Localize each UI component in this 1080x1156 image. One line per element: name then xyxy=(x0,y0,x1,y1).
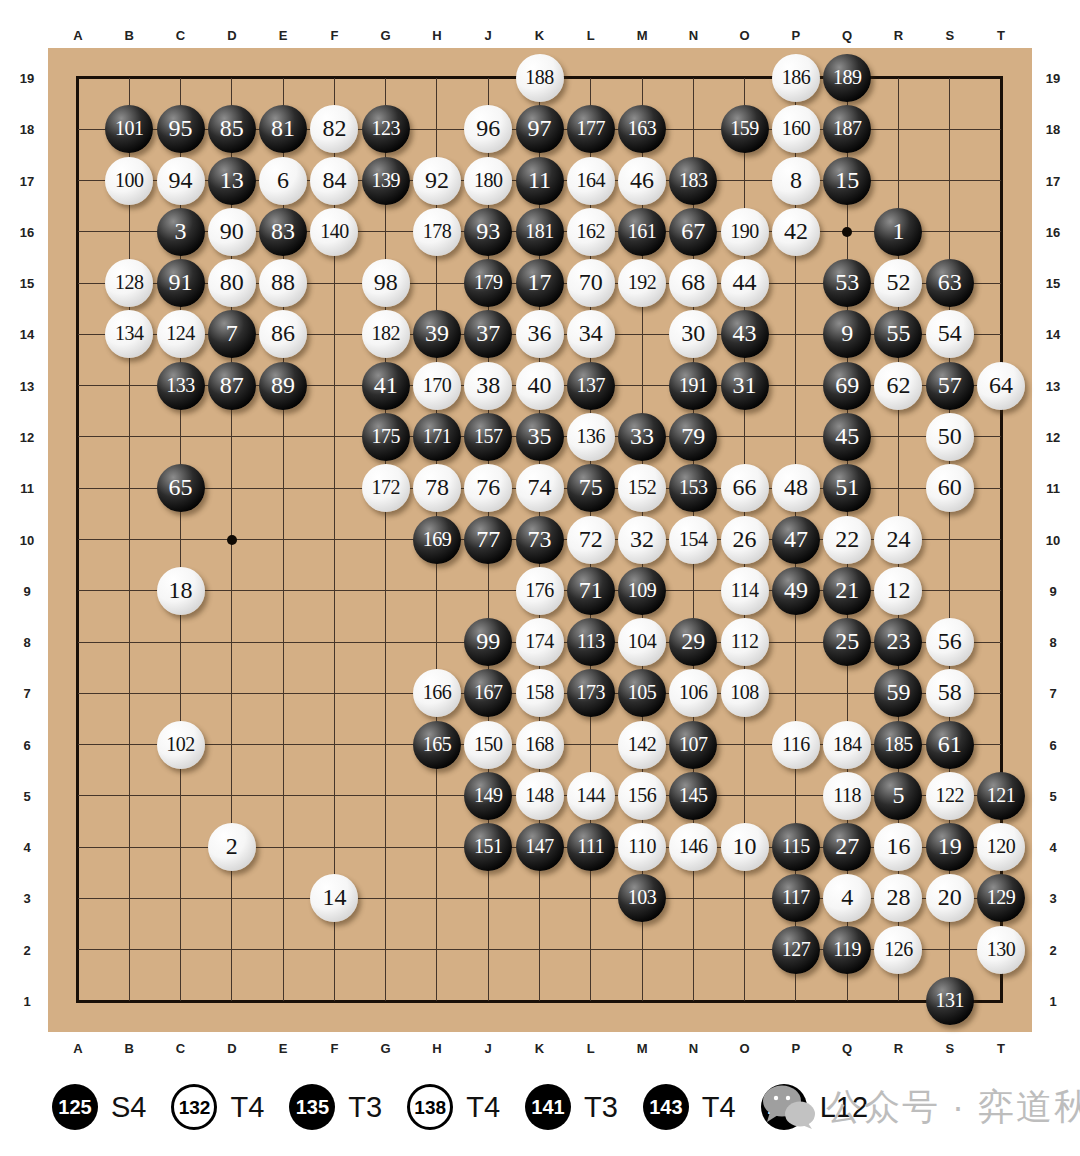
stone-move-number: 92 xyxy=(425,168,449,192)
stone-move-number: 89 xyxy=(271,373,295,397)
stone-move-number: 73 xyxy=(528,527,552,551)
stone-R8: 23 xyxy=(874,618,922,666)
stone-move-number: 80 xyxy=(220,270,244,294)
coord-bottom-K: K xyxy=(535,1041,544,1056)
stone-move-number: 149 xyxy=(474,785,503,805)
stone-move-number: 131 xyxy=(935,990,964,1010)
stone-N17: 183 xyxy=(669,157,717,205)
stone-move-number: 1 xyxy=(892,219,904,243)
stone-move-number: 70 xyxy=(579,270,603,294)
stone-S12: 50 xyxy=(926,413,974,461)
stone-E14: 86 xyxy=(259,310,307,358)
stone-move-number: 169 xyxy=(423,529,452,549)
stone-S3: 20 xyxy=(926,874,974,922)
stone-move-number: 168 xyxy=(525,734,554,754)
stone-J16: 93 xyxy=(464,208,512,256)
stone-O15: 44 xyxy=(721,259,769,307)
stone-H10: 169 xyxy=(413,516,461,564)
stone-move-number: 29 xyxy=(681,629,705,653)
coord-right-16: 16 xyxy=(1046,224,1060,239)
stone-move-number: 136 xyxy=(577,426,606,446)
coord-top-N: N xyxy=(689,28,698,43)
stone-Q17: 15 xyxy=(823,157,871,205)
stone-move-number: 36 xyxy=(528,321,552,345)
stone-M4: 110 xyxy=(618,823,666,871)
caption-point-138: T4 xyxy=(466,1091,500,1124)
stone-K12: 35 xyxy=(516,413,564,461)
stone-move-number: 4 xyxy=(841,885,853,909)
stone-move-number: 75 xyxy=(579,475,603,499)
stone-N10: 154 xyxy=(669,516,717,564)
stone-move-number: 121 xyxy=(987,785,1016,805)
stone-M11: 152 xyxy=(618,464,666,512)
stone-move-number: 51 xyxy=(835,475,859,499)
stone-Q8: 25 xyxy=(823,618,871,666)
stone-move-number: 110 xyxy=(628,836,656,856)
coord-left-9: 9 xyxy=(23,583,30,598)
coord-left-13: 13 xyxy=(20,378,34,393)
stone-move-number: 128 xyxy=(115,272,144,292)
stone-D15: 80 xyxy=(208,259,256,307)
stone-P17: 8 xyxy=(772,157,820,205)
stone-move-number: 185 xyxy=(884,734,913,754)
stone-move-number: 60 xyxy=(938,475,962,499)
stone-L4: 111 xyxy=(567,823,615,871)
coord-top-T: T xyxy=(997,28,1005,43)
stone-move-number: 39 xyxy=(425,321,449,345)
stone-E16: 83 xyxy=(259,208,307,256)
coord-bottom-R: R xyxy=(894,1041,903,1056)
stone-move-number: 133 xyxy=(166,375,195,395)
stone-move-number: 74 xyxy=(528,475,552,499)
stone-G13: 41 xyxy=(362,362,410,410)
coord-bottom-S: S xyxy=(945,1041,954,1056)
stone-C17: 94 xyxy=(157,157,205,205)
coord-right-9: 9 xyxy=(1049,583,1056,598)
stone-move-number: 78 xyxy=(425,475,449,499)
stone-move-number: 162 xyxy=(577,221,606,241)
stone-move-number: 17 xyxy=(528,270,552,294)
stone-move-number: 94 xyxy=(169,168,193,192)
watermark-text: 公众号 · 弈道秋声 xyxy=(826,1083,1080,1132)
stone-P19: 186 xyxy=(772,54,820,102)
stone-P9: 49 xyxy=(772,567,820,615)
stone-C9: 18 xyxy=(157,567,205,615)
stone-move-number: 84 xyxy=(322,168,346,192)
stone-D13: 87 xyxy=(208,362,256,410)
stone-N4: 146 xyxy=(669,823,717,871)
stone-move-number: 156 xyxy=(628,785,657,805)
stone-L5: 144 xyxy=(567,772,615,820)
stone-move-number: 166 xyxy=(423,682,452,702)
stone-move-number: 180 xyxy=(474,170,503,190)
stone-J13: 38 xyxy=(464,362,512,410)
stone-move-number: 58 xyxy=(938,680,962,704)
stone-move-number: 117 xyxy=(782,887,810,907)
stone-move-number: 85 xyxy=(220,116,244,140)
stone-move-number: 16 xyxy=(886,834,910,858)
coord-left-4: 4 xyxy=(23,840,30,855)
stone-Q14: 9 xyxy=(823,310,871,358)
stone-N12: 79 xyxy=(669,413,717,461)
coord-left-6: 6 xyxy=(23,737,30,752)
stone-R13: 62 xyxy=(874,362,922,410)
stone-move-number: 105 xyxy=(628,682,657,702)
stone-K19: 188 xyxy=(516,54,564,102)
stone-move-number: 79 xyxy=(681,424,705,448)
stone-Q11: 51 xyxy=(823,464,871,512)
stone-J17: 180 xyxy=(464,157,512,205)
stone-move-number: 153 xyxy=(679,477,708,497)
stone-T13: 64 xyxy=(977,362,1025,410)
stone-Q13: 69 xyxy=(823,362,871,410)
caption-stone-132: 132 xyxy=(171,1084,217,1130)
stone-move-number: 107 xyxy=(679,734,708,754)
stone-J7: 167 xyxy=(464,669,512,717)
stone-move-number: 137 xyxy=(577,375,606,395)
stone-O7: 108 xyxy=(721,669,769,717)
stone-move-number: 182 xyxy=(371,323,400,343)
stone-move-number: 191 xyxy=(679,375,708,395)
stone-J15: 179 xyxy=(464,259,512,307)
stone-move-number: 144 xyxy=(577,785,606,805)
stone-move-number: 18 xyxy=(169,578,193,602)
stone-H6: 165 xyxy=(413,721,461,769)
stone-move-number: 32 xyxy=(630,527,654,551)
stone-move-number: 42 xyxy=(784,219,808,243)
stone-move-number: 112 xyxy=(731,631,759,651)
stone-N13: 191 xyxy=(669,362,717,410)
stone-R3: 28 xyxy=(874,874,922,922)
stone-R10: 24 xyxy=(874,516,922,564)
stone-move-number: 163 xyxy=(628,118,657,138)
stone-M3: 103 xyxy=(618,874,666,922)
stone-S7: 58 xyxy=(926,669,974,717)
stone-L16: 162 xyxy=(567,208,615,256)
stone-move-number: 95 xyxy=(169,116,193,140)
stone-N7: 106 xyxy=(669,669,717,717)
stone-move-number: 111 xyxy=(577,836,604,856)
coord-bottom-B: B xyxy=(125,1041,134,1056)
stone-K16: 181 xyxy=(516,208,564,256)
stone-D18: 85 xyxy=(208,105,256,153)
stone-move-number: 53 xyxy=(835,270,859,294)
stone-R9: 12 xyxy=(874,567,922,615)
coord-right-2: 2 xyxy=(1049,942,1056,957)
stone-K5: 148 xyxy=(516,772,564,820)
stone-move-number: 165 xyxy=(423,734,452,754)
caption-stone-141: 141 xyxy=(525,1084,571,1130)
stone-S8: 56 xyxy=(926,618,974,666)
stone-K17: 11 xyxy=(516,157,564,205)
stone-O4: 10 xyxy=(721,823,769,871)
coord-bottom-L: L xyxy=(587,1041,595,1056)
stone-move-number: 66 xyxy=(733,475,757,499)
stone-move-number: 86 xyxy=(271,321,295,345)
stone-M8: 104 xyxy=(618,618,666,666)
stone-P10: 47 xyxy=(772,516,820,564)
coord-top-Q: Q xyxy=(842,28,852,43)
stone-move-number: 47 xyxy=(784,527,808,551)
stone-R5: 5 xyxy=(874,772,922,820)
stone-move-number: 150 xyxy=(474,734,503,754)
coord-right-11: 11 xyxy=(1046,481,1060,496)
stone-L9: 71 xyxy=(567,567,615,615)
stone-C16: 3 xyxy=(157,208,205,256)
stone-F18: 82 xyxy=(310,105,358,153)
stone-E15: 88 xyxy=(259,259,307,307)
stone-move-number: 160 xyxy=(782,118,811,138)
coord-left-12: 12 xyxy=(20,429,34,444)
stone-K10: 73 xyxy=(516,516,564,564)
stone-L10: 72 xyxy=(567,516,615,564)
stone-Q15: 53 xyxy=(823,259,871,307)
stone-move-number: 103 xyxy=(628,887,657,907)
stone-move-number: 106 xyxy=(679,682,708,702)
coord-bottom-E: E xyxy=(279,1041,288,1056)
coord-left-1: 1 xyxy=(23,994,30,1009)
stone-J8: 99 xyxy=(464,618,512,666)
stone-move-number: 93 xyxy=(476,219,500,243)
coord-top-B: B xyxy=(125,28,134,43)
stone-move-number: 7 xyxy=(226,321,238,345)
stone-L18: 177 xyxy=(567,105,615,153)
stone-N6: 107 xyxy=(669,721,717,769)
coord-bottom-F: F xyxy=(330,1041,338,1056)
stone-move-number: 124 xyxy=(166,323,195,343)
stone-move-number: 189 xyxy=(833,67,862,87)
stone-G12: 175 xyxy=(362,413,410,461)
stone-D17: 13 xyxy=(208,157,256,205)
stone-P2: 127 xyxy=(772,926,820,974)
stone-move-number: 72 xyxy=(579,527,603,551)
caption-point-143: T4 xyxy=(702,1091,736,1124)
stone-move-number: 48 xyxy=(784,475,808,499)
stone-move-number: 67 xyxy=(681,219,705,243)
stone-move-number: 184 xyxy=(833,734,862,754)
stone-Q5: 118 xyxy=(823,772,871,820)
stone-move-number: 119 xyxy=(833,939,861,959)
caption-stone-138: 138 xyxy=(407,1084,453,1130)
coord-right-12: 12 xyxy=(1046,429,1060,444)
coord-right-18: 18 xyxy=(1046,122,1060,137)
stone-move-number: 174 xyxy=(525,631,554,651)
coord-left-8: 8 xyxy=(23,635,30,650)
stone-C13: 133 xyxy=(157,362,205,410)
stone-move-number: 98 xyxy=(374,270,398,294)
coord-left-3: 3 xyxy=(23,891,30,906)
stone-J14: 37 xyxy=(464,310,512,358)
stone-move-number: 177 xyxy=(577,118,606,138)
stone-move-number: 31 xyxy=(733,373,757,397)
stone-move-number: 186 xyxy=(782,67,811,87)
stone-N16: 67 xyxy=(669,208,717,256)
coord-right-5: 5 xyxy=(1049,788,1056,803)
stone-move-number: 142 xyxy=(628,734,657,754)
stone-R15: 52 xyxy=(874,259,922,307)
stone-C18: 95 xyxy=(157,105,205,153)
stone-R7: 59 xyxy=(874,669,922,717)
caption-point-132: T4 xyxy=(230,1091,264,1124)
stone-H11: 78 xyxy=(413,464,461,512)
stone-move-number: 113 xyxy=(577,631,605,651)
stone-J10: 77 xyxy=(464,516,512,564)
stone-B17: 100 xyxy=(105,157,153,205)
stone-K4: 147 xyxy=(516,823,564,871)
coord-right-6: 6 xyxy=(1049,737,1056,752)
stone-L17: 164 xyxy=(567,157,615,205)
stone-S15: 63 xyxy=(926,259,974,307)
stone-move-number: 109 xyxy=(628,580,657,600)
stone-move-number: 24 xyxy=(886,527,910,551)
stone-move-number: 108 xyxy=(730,682,759,702)
stone-D14: 7 xyxy=(208,310,256,358)
stone-G14: 182 xyxy=(362,310,410,358)
stone-B18: 101 xyxy=(105,105,153,153)
stone-move-number: 9 xyxy=(841,321,853,345)
coord-left-2: 2 xyxy=(23,942,30,957)
coord-right-3: 3 xyxy=(1049,891,1056,906)
stone-move-number: 28 xyxy=(886,885,910,909)
stone-move-number: 62 xyxy=(886,373,910,397)
stone-move-number: 49 xyxy=(784,578,808,602)
stone-M10: 32 xyxy=(618,516,666,564)
stone-move-number: 145 xyxy=(679,785,708,805)
stone-move-number: 96 xyxy=(476,116,500,140)
stone-T5: 121 xyxy=(977,772,1025,820)
stone-move-number: 130 xyxy=(987,939,1016,959)
star-point-D10 xyxy=(227,535,237,545)
stone-J5: 149 xyxy=(464,772,512,820)
coord-left-10: 10 xyxy=(20,532,34,547)
stone-K8: 174 xyxy=(516,618,564,666)
stone-T3: 129 xyxy=(977,874,1025,922)
stone-move-number: 116 xyxy=(782,734,810,754)
coord-left-14: 14 xyxy=(20,327,34,342)
stone-move-number: 161 xyxy=(628,221,657,241)
stone-O14: 43 xyxy=(721,310,769,358)
stone-move-number: 157 xyxy=(474,426,503,446)
stone-F17: 84 xyxy=(310,157,358,205)
coord-bottom-J: J xyxy=(485,1041,492,1056)
caption-stone-143: 143 xyxy=(643,1084,689,1130)
coord-top-C: C xyxy=(176,28,185,43)
stone-move-number: 87 xyxy=(220,373,244,397)
coord-left-18: 18 xyxy=(20,122,34,137)
stone-move-number: 56 xyxy=(938,629,962,653)
stone-move-number: 114 xyxy=(731,580,759,600)
stone-M17: 46 xyxy=(618,157,666,205)
stone-L15: 70 xyxy=(567,259,615,307)
stone-move-number: 68 xyxy=(681,270,705,294)
stone-O16: 190 xyxy=(721,208,769,256)
coord-bottom-N: N xyxy=(689,1041,698,1056)
stone-G18: 123 xyxy=(362,105,410,153)
stone-T4: 120 xyxy=(977,823,1025,871)
stone-O13: 31 xyxy=(721,362,769,410)
stone-G15: 98 xyxy=(362,259,410,307)
coord-left-7: 7 xyxy=(23,686,30,701)
stone-O11: 66 xyxy=(721,464,769,512)
stone-Q18: 187 xyxy=(823,105,871,153)
stone-move-number: 126 xyxy=(884,939,913,959)
stone-move-number: 46 xyxy=(630,168,654,192)
stone-Q9: 21 xyxy=(823,567,871,615)
stone-move-number: 26 xyxy=(733,527,757,551)
stone-move-number: 11 xyxy=(528,168,551,192)
stone-move-number: 65 xyxy=(169,475,193,499)
stone-move-number: 134 xyxy=(115,323,144,343)
stone-move-number: 15 xyxy=(835,168,859,192)
stone-move-number: 10 xyxy=(733,834,757,858)
watermark: 公众号 · 弈道秋声 xyxy=(762,1080,1080,1134)
stone-move-number: 22 xyxy=(835,527,859,551)
stone-move-number: 44 xyxy=(733,270,757,294)
coord-top-D: D xyxy=(227,28,236,43)
coord-bottom-H: H xyxy=(432,1041,441,1056)
stone-H7: 166 xyxy=(413,669,461,717)
coord-top-R: R xyxy=(894,28,903,43)
stone-M9: 109 xyxy=(618,567,666,615)
stone-C14: 124 xyxy=(157,310,205,358)
coord-top-M: M xyxy=(637,28,648,43)
stone-move-number: 43 xyxy=(733,321,757,345)
stone-E18: 81 xyxy=(259,105,307,153)
stone-move-number: 20 xyxy=(938,885,962,909)
stone-J12: 157 xyxy=(464,413,512,461)
coord-bottom-M: M xyxy=(637,1041,648,1056)
coord-right-8: 8 xyxy=(1049,635,1056,650)
stone-move-number: 35 xyxy=(528,424,552,448)
stone-N8: 29 xyxy=(669,618,717,666)
stone-H16: 178 xyxy=(413,208,461,256)
stone-move-number: 118 xyxy=(833,785,861,805)
stone-N11: 153 xyxy=(669,464,717,512)
stone-S1: 131 xyxy=(926,977,974,1025)
stone-M5: 156 xyxy=(618,772,666,820)
stone-N5: 145 xyxy=(669,772,717,820)
stone-move-number: 179 xyxy=(474,272,503,292)
stone-move-number: 30 xyxy=(681,321,705,345)
stone-move-number: 52 xyxy=(886,270,910,294)
coord-right-4: 4 xyxy=(1049,840,1056,855)
stone-R6: 185 xyxy=(874,721,922,769)
coord-top-F: F xyxy=(330,28,338,43)
stone-move-number: 127 xyxy=(782,939,811,959)
stone-L11: 75 xyxy=(567,464,615,512)
coord-bottom-G: G xyxy=(381,1041,391,1056)
stone-move-number: 151 xyxy=(474,836,503,856)
stone-R16: 1 xyxy=(874,208,922,256)
stone-P4: 115 xyxy=(772,823,820,871)
coord-right-13: 13 xyxy=(1046,378,1060,393)
stone-move-number: 139 xyxy=(371,170,400,190)
stone-H17: 92 xyxy=(413,157,461,205)
stone-E17: 6 xyxy=(259,157,307,205)
stone-C6: 102 xyxy=(157,721,205,769)
stone-J18: 96 xyxy=(464,105,512,153)
stone-B15: 128 xyxy=(105,259,153,307)
caption-stone-125: 125 xyxy=(52,1084,98,1130)
stone-move-number: 21 xyxy=(835,578,859,602)
stone-move-number: 102 xyxy=(166,734,195,754)
stone-Q4: 27 xyxy=(823,823,871,871)
stone-H14: 39 xyxy=(413,310,461,358)
stone-F16: 140 xyxy=(310,208,358,256)
stone-Q2: 119 xyxy=(823,926,871,974)
stone-move-number: 69 xyxy=(835,373,859,397)
stone-move-number: 129 xyxy=(987,887,1016,907)
